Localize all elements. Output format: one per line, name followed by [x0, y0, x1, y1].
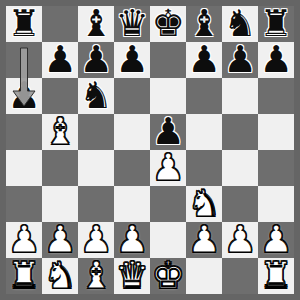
white-bishop: ♝	[43, 113, 76, 150]
white-pawn: ♟	[187, 221, 220, 258]
black-pawn: ♟	[223, 41, 256, 78]
black-pawn: ♟	[187, 41, 220, 78]
black-pawn: ♟	[115, 41, 148, 78]
square-h6[interactable]	[258, 78, 294, 114]
square-f6[interactable]	[186, 78, 222, 114]
black-pawn: ♟	[151, 113, 184, 150]
square-c4[interactable]	[78, 150, 114, 186]
square-d5[interactable]	[114, 114, 150, 150]
black-pawn: ♟	[7, 77, 40, 114]
square-b1[interactable]: ♞	[42, 258, 78, 294]
square-d6[interactable]	[114, 78, 150, 114]
square-f5[interactable]	[186, 114, 222, 150]
square-a5[interactable]	[6, 114, 42, 150]
square-g5[interactable]	[222, 114, 258, 150]
black-rook: ♜	[7, 5, 40, 42]
white-bishop: ♝	[79, 257, 112, 294]
square-c1[interactable]: ♝	[78, 258, 114, 294]
white-king: ♚	[151, 257, 184, 294]
black-pawn: ♟	[43, 41, 76, 78]
square-g6[interactable]	[222, 78, 258, 114]
black-king: ♚	[151, 5, 184, 42]
square-d1[interactable]: ♛	[114, 258, 150, 294]
white-pawn: ♟	[115, 221, 148, 258]
chess-board: ♜♝♛♚♝♞♜♟♟♟♟♟♟♟♞♝♟♟♞♟♟♟♟♟♟♟♜♞♝♛♚♜	[6, 6, 294, 294]
square-f7[interactable]: ♟	[186, 42, 222, 78]
square-d7[interactable]: ♟	[114, 42, 150, 78]
square-b4[interactable]	[42, 150, 78, 186]
square-f1[interactable]	[186, 258, 222, 294]
black-bishop: ♝	[79, 5, 112, 42]
square-e3[interactable]	[150, 186, 186, 222]
square-c5[interactable]	[78, 114, 114, 150]
black-bishop: ♝	[187, 5, 220, 42]
white-pawn: ♟	[223, 221, 256, 258]
white-knight: ♞	[43, 257, 76, 294]
square-h4[interactable]	[258, 150, 294, 186]
square-e1[interactable]: ♚	[150, 258, 186, 294]
white-pawn: ♟	[43, 221, 76, 258]
square-d4[interactable]	[114, 150, 150, 186]
square-g1[interactable]	[222, 258, 258, 294]
square-g4[interactable]	[222, 150, 258, 186]
white-pawn: ♟	[79, 221, 112, 258]
white-knight: ♞	[187, 185, 220, 222]
black-knight: ♞	[79, 77, 112, 114]
square-a4[interactable]	[6, 150, 42, 186]
square-b5[interactable]: ♝	[42, 114, 78, 150]
square-e4[interactable]: ♟	[150, 150, 186, 186]
black-knight: ♞	[223, 5, 256, 42]
square-a8[interactable]: ♜	[6, 6, 42, 42]
square-h7[interactable]: ♟	[258, 42, 294, 78]
white-queen: ♛	[115, 257, 148, 294]
square-a1[interactable]: ♜	[6, 258, 42, 294]
square-f2[interactable]: ♟	[186, 222, 222, 258]
square-c6[interactable]: ♞	[78, 78, 114, 114]
black-pawn: ♟	[259, 41, 292, 78]
square-e8[interactable]: ♚	[150, 6, 186, 42]
chess-app-background: { "game": "chess", "position": "r1bqkbnr…	[0, 0, 300, 300]
white-pawn: ♟	[259, 221, 292, 258]
square-h5[interactable]	[258, 114, 294, 150]
black-rook: ♜	[259, 5, 292, 42]
square-h1[interactable]: ♜	[258, 258, 294, 294]
white-pawn: ♟	[151, 149, 184, 186]
white-rook: ♜	[259, 257, 292, 294]
square-g2[interactable]: ♟	[222, 222, 258, 258]
white-rook: ♜	[7, 257, 40, 294]
black-pawn: ♟	[79, 41, 112, 78]
square-g7[interactable]: ♟	[222, 42, 258, 78]
square-b7[interactable]: ♟	[42, 42, 78, 78]
square-a6[interactable]: ♟	[6, 78, 42, 114]
white-pawn: ♟	[7, 221, 40, 258]
square-e7[interactable]	[150, 42, 186, 78]
black-queen: ♛	[115, 5, 148, 42]
